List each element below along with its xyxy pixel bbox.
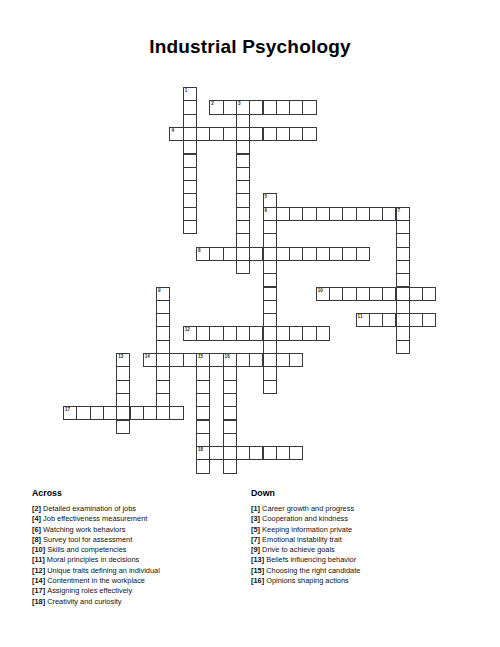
grid-cell-r12c25[interactable]: [396, 247, 410, 261]
grid-cell-r27c13[interactable]: [236, 446, 250, 460]
clue-across-12: [12] Unique traits defining an individua…: [32, 566, 242, 576]
grid-cell-r9c16[interactable]: [276, 207, 290, 221]
grid-cell-r25c12[interactable]: [223, 420, 237, 434]
grid-cell-r28c10[interactable]: [196, 459, 210, 473]
clue-across-10: [10] Skills and competencies: [32, 545, 242, 555]
grid-cell-r24c12[interactable]: [223, 406, 237, 420]
grid-cell-r20c17[interactable]: [289, 353, 303, 367]
grid-cell-r15c27[interactable]: [422, 287, 436, 301]
cell-number-5: 5: [265, 194, 268, 199]
grid-cell-r18c25[interactable]: [396, 326, 410, 340]
grid-cell-r17c25[interactable]: [396, 313, 410, 327]
grid-cell-r17c27[interactable]: [422, 313, 436, 327]
grid-cell-r15c22[interactable]: [356, 287, 370, 301]
page-title: Industrial Psychology: [0, 36, 500, 58]
grid-cell-r19c7[interactable]: [156, 340, 170, 354]
grid-cell-r8c13[interactable]: [236, 193, 250, 207]
grid-cell-r3c10[interactable]: [196, 127, 210, 141]
grid-cell-r27c12[interactable]: [223, 446, 237, 460]
cell-number-3: 3: [238, 101, 241, 106]
down-clues-section: Down [1] Career growth and progress[3] C…: [251, 488, 461, 586]
grid-cell-r1c16[interactable]: [276, 100, 290, 114]
grid-cell-r8c15[interactable]: 5: [263, 193, 277, 207]
clue-down-9: [9] Drive to achieve goals: [251, 545, 461, 555]
grid-cell-r16c7[interactable]: [156, 300, 170, 314]
grid-cell-r9c20[interactable]: [329, 207, 343, 221]
grid-cell-r16c15[interactable]: [263, 300, 277, 314]
cell-number-10: 10: [318, 288, 323, 293]
clue-number: [14]: [32, 576, 47, 585]
grid-cell-r24c5[interactable]: [130, 406, 144, 420]
grid-cell-r20c7[interactable]: [156, 353, 170, 367]
grid-cell-r1c12[interactable]: [223, 100, 237, 114]
clue-number: [8]: [32, 535, 43, 544]
grid-cell-r11c13[interactable]: [236, 233, 250, 247]
cell-number-18: 18: [198, 447, 203, 452]
across-header: Across: [32, 488, 242, 498]
grid-cell-r15c7[interactable]: 9: [156, 287, 170, 301]
grid-cell-r1c15[interactable]: [263, 100, 277, 114]
grid-cell-r20c6[interactable]: 14: [143, 353, 157, 367]
down-header: Down: [251, 488, 461, 498]
cell-number-9: 9: [158, 288, 161, 293]
clue-number: [11]: [32, 555, 47, 564]
grid-cell-r27c14[interactable]: [249, 446, 263, 460]
grid-cell-r12c18[interactable]: [302, 247, 316, 261]
grid-cell-r20c14[interactable]: [249, 353, 263, 367]
grid-cell-r7c13[interactable]: [236, 180, 250, 194]
cell-number-12: 12: [185, 327, 190, 332]
grid-cell-r15c19[interactable]: 10: [316, 287, 330, 301]
cell-number-2: 2: [211, 101, 214, 106]
grid-cell-r13c25[interactable]: [396, 260, 410, 274]
grid-cell-r13c15[interactable]: [263, 260, 277, 274]
grid-cell-r3c11[interactable]: [209, 127, 223, 141]
grid-cell-r18c11[interactable]: [209, 326, 223, 340]
grid-cell-r6c9[interactable]: [183, 167, 197, 181]
down-clues-list: [1] Career growth and progress[3] Cooper…: [251, 504, 461, 586]
grid-cell-r3c15[interactable]: [263, 127, 277, 141]
grid-cell-r17c23[interactable]: [369, 313, 383, 327]
grid-cell-r3c16[interactable]: [276, 127, 290, 141]
clue-number: [9]: [251, 545, 262, 554]
grid-cell-r14c25[interactable]: [396, 273, 410, 287]
grid-cell-r23c10[interactable]: [196, 393, 210, 407]
grid-cell-r3c17[interactable]: [289, 127, 303, 141]
grid-cell-r18c12[interactable]: [223, 326, 237, 340]
grid-cell-r9c13[interactable]: [236, 207, 250, 221]
grid-cell-r9c17[interactable]: [289, 207, 303, 221]
clue-number: [2]: [32, 504, 43, 513]
grid-cell-r27c10[interactable]: 18: [196, 446, 210, 460]
grid-cell-r27c15[interactable]: [263, 446, 277, 460]
grid-cell-r12c15[interactable]: [263, 247, 277, 261]
grid-cell-r3c18[interactable]: [302, 127, 316, 141]
clue-down-16: [16] Opinions shaping actions: [251, 576, 461, 586]
grid-cell-r18c9[interactable]: 12: [183, 326, 197, 340]
clue-across-2: [2] Detailed examination of jobs: [32, 504, 242, 514]
grid-cell-r19c15[interactable]: [263, 340, 277, 354]
grid-cell-r12c22[interactable]: [356, 247, 370, 261]
grid-cell-r19c25[interactable]: [396, 340, 410, 354]
grid-cell-r18c15[interactable]: [263, 326, 277, 340]
clue-number: [12]: [32, 566, 47, 575]
grid-cell-r15c26[interactable]: [409, 287, 423, 301]
grid-cell-r15c24[interactable]: [382, 287, 396, 301]
grid-cell-r18c13[interactable]: [236, 326, 250, 340]
grid-cell-r5c13[interactable]: [236, 154, 250, 168]
crossword-grid: 123456789101112131415161817: [63, 87, 438, 475]
grid-cell-r15c15[interactable]: [263, 287, 277, 301]
grid-cell-r15c25[interactable]: [396, 287, 410, 301]
clue-number: [17]: [32, 586, 47, 595]
grid-cell-r10c25[interactable]: [396, 220, 410, 234]
grid-cell-r9c19[interactable]: [316, 207, 330, 221]
grid-cell-r26c10[interactable]: [196, 433, 210, 447]
clue-number: [4]: [32, 514, 43, 523]
grid-cell-r9c22[interactable]: [356, 207, 370, 221]
grid-cell-r3c14[interactable]: [249, 127, 263, 141]
clue-down-3: [3] Cooperation and kindness: [251, 514, 461, 524]
grid-cell-r3c12[interactable]: [223, 127, 237, 141]
grid-cell-r9c18[interactable]: [302, 207, 316, 221]
clue-number: [15]: [251, 566, 266, 575]
grid-cell-r12c10[interactable]: 8: [196, 247, 210, 261]
grid-cell-r28c12[interactable]: [223, 459, 237, 473]
grid-cell-r6c13[interactable]: [236, 167, 250, 181]
grid-cell-r3c9[interactable]: [183, 127, 197, 141]
clue-number: [13]: [251, 555, 266, 564]
grid-cell-r22c10[interactable]: [196, 380, 210, 394]
clue-number: [18]: [32, 597, 47, 606]
grid-cell-r2c13[interactable]: [236, 114, 250, 128]
grid-cell-r12c16[interactable]: [276, 247, 290, 261]
grid-cell-r10c13[interactable]: [236, 220, 250, 234]
grid-cell-r18c17[interactable]: [289, 326, 303, 340]
grid-cell-r18c10[interactable]: [196, 326, 210, 340]
grid-cell-r20c11[interactable]: [209, 353, 223, 367]
clue-across-14: [14] Contentment in the workplace: [32, 576, 242, 586]
grid-cell-r1c11[interactable]: 2: [209, 100, 223, 114]
grid-cell-r21c10[interactable]: [196, 366, 210, 380]
grid-cell-r9c25[interactable]: 7: [396, 207, 410, 221]
grid-cell-r21c15[interactable]: [263, 366, 277, 380]
grid-cell-r13c13[interactable]: [236, 260, 250, 274]
grid-cell-r15c21[interactable]: [342, 287, 356, 301]
clue-number: [5]: [251, 525, 262, 534]
grid-cell-r20c15[interactable]: [263, 353, 277, 367]
grid-cell-r1c14[interactable]: [249, 100, 263, 114]
grid-cell-r24c2[interactable]: [90, 406, 104, 420]
grid-cell-r17c26[interactable]: [409, 313, 423, 327]
cell-number-14: 14: [145, 354, 150, 359]
grid-cell-r18c18[interactable]: [302, 326, 316, 340]
grid-cell-r4c13[interactable]: [236, 140, 250, 154]
grid-cell-r24c6[interactable]: [143, 406, 157, 420]
grid-cell-r7c9[interactable]: [183, 180, 197, 194]
grid-cell-r23c4[interactable]: [116, 393, 130, 407]
grid-cell-r4c9[interactable]: [183, 140, 197, 154]
grid-cell-r0c9[interactable]: 1: [183, 87, 197, 101]
grid-cell-r2c9[interactable]: [183, 114, 197, 128]
grid-cell-r17c7[interactable]: [156, 313, 170, 327]
grid-cell-r12c20[interactable]: [329, 247, 343, 261]
clue-number: [16]: [251, 576, 266, 585]
grid-cell-r21c4[interactable]: [116, 366, 130, 380]
grid-cell-r1c17[interactable]: [289, 100, 303, 114]
grid-cell-r20c9[interactable]: [183, 353, 197, 367]
grid-cell-r9c15[interactable]: 6: [263, 207, 277, 221]
grid-cell-r20c8[interactable]: [169, 353, 183, 367]
grid-cell-r20c16[interactable]: [276, 353, 290, 367]
clue-across-17: [17] Assigning roles effectively: [32, 586, 242, 596]
grid-cell-r11c25[interactable]: [396, 233, 410, 247]
grid-cell-r26c12[interactable]: [223, 433, 237, 447]
grid-cell-r21c12[interactable]: [223, 366, 237, 380]
grid-cell-r14c15[interactable]: [263, 273, 277, 287]
grid-cell-r12c21[interactable]: [342, 247, 356, 261]
cell-number-11: 11: [358, 314, 363, 319]
grid-cell-r27c17[interactable]: [289, 446, 303, 460]
cell-number-15: 15: [198, 354, 203, 359]
grid-cell-r25c4[interactable]: [116, 420, 130, 434]
grid-cell-r12c19[interactable]: [316, 247, 330, 261]
grid-cell-r20c13[interactable]: [236, 353, 250, 367]
cell-number-7: 7: [398, 208, 401, 213]
grid-cell-r9c21[interactable]: [342, 207, 356, 221]
grid-cell-r23c7[interactable]: [156, 393, 170, 407]
clue-across-18: [18] Creativity and curiosity: [32, 597, 242, 607]
cell-number-1: 1: [185, 88, 188, 93]
grid-cell-r25c10[interactable]: [196, 420, 210, 434]
grid-cell-r20c4[interactable]: 13: [116, 353, 130, 367]
grid-cell-r24c3[interactable]: [103, 406, 117, 420]
grid-cell-r1c13[interactable]: 3: [236, 100, 250, 114]
clue-down-1: [1] Career growth and progress: [251, 504, 461, 514]
grid-cell-r17c22[interactable]: 11: [356, 313, 370, 327]
grid-cell-r1c9[interactable]: [183, 100, 197, 114]
grid-cell-r20c12[interactable]: 16: [223, 353, 237, 367]
grid-cell-r24c1[interactable]: [76, 406, 90, 420]
across-clues-list: [2] Detailed examination of jobs[4] Job …: [32, 504, 242, 607]
grid-cell-r22c12[interactable]: [223, 380, 237, 394]
grid-cell-r3c13[interactable]: [236, 127, 250, 141]
cell-number-4: 4: [171, 128, 174, 133]
grid-cell-r10c9[interactable]: [183, 220, 197, 234]
clue-down-5: [5] Keeping information private: [251, 525, 461, 535]
grid-cell-r12c14[interactable]: [249, 247, 263, 261]
grid-cell-r3c8[interactable]: 4: [169, 127, 183, 141]
grid-cell-r5c9[interactable]: [183, 154, 197, 168]
clue-down-13: [13] Beliefs influencing behavior: [251, 555, 461, 565]
grid-cell-r17c15[interactable]: [263, 313, 277, 327]
grid-cell-r27c11[interactable]: [209, 446, 223, 460]
clue-across-6: [6] Watching work behaviors: [32, 525, 242, 535]
grid-cell-r9c9[interactable]: [183, 207, 197, 221]
grid-cell-r16c25[interactable]: [396, 300, 410, 314]
clue-across-8: [8] Survey tool for assessment: [32, 535, 242, 545]
grid-cell-r11c15[interactable]: [263, 233, 277, 247]
grid-cell-r18c14[interactable]: [249, 326, 263, 340]
grid-cell-r18c19[interactable]: [316, 326, 330, 340]
grid-cell-r22c7[interactable]: [156, 380, 170, 394]
grid-cell-r9c24[interactable]: [382, 207, 396, 221]
grid-cell-r24c4[interactable]: [116, 406, 130, 420]
grid-cell-r23c12[interactable]: [223, 393, 237, 407]
grid-cell-r12c11[interactable]: [209, 247, 223, 261]
grid-cell-r21c7[interactable]: [156, 366, 170, 380]
grid-cell-r22c4[interactable]: [116, 380, 130, 394]
clue-number: [7]: [251, 535, 262, 544]
grid-cell-r10c15[interactable]: [263, 220, 277, 234]
clue-number: [10]: [32, 545, 47, 554]
grid-cell-r24c0[interactable]: 17: [63, 406, 77, 420]
grid-cell-r18c16[interactable]: [276, 326, 290, 340]
grid-cell-r1c18[interactable]: [302, 100, 316, 114]
grid-cell-r15c20[interactable]: [329, 287, 343, 301]
grid-cell-r24c7[interactable]: [156, 406, 170, 420]
cell-number-13: 13: [118, 354, 123, 359]
grid-cell-r8c9[interactable]: [183, 193, 197, 207]
cell-number-6: 6: [265, 208, 268, 213]
grid-cell-r15c23[interactable]: [369, 287, 383, 301]
clue-number: [3]: [251, 514, 262, 523]
grid-cell-r24c8[interactable]: [169, 406, 183, 420]
grid-cell-r22c15[interactable]: [263, 380, 277, 394]
grid-cell-r9c23[interactable]: [369, 207, 383, 221]
grid-cell-r12c17[interactable]: [289, 247, 303, 261]
cell-number-17: 17: [65, 407, 70, 412]
clue-number: [1]: [251, 504, 262, 513]
cell-number-16: 16: [225, 354, 230, 359]
clue-across-4: [4] Job effectiveness measurement: [32, 514, 242, 524]
clue-number: [6]: [32, 525, 43, 534]
grid-cell-r18c7[interactable]: [156, 326, 170, 340]
grid-cell-r17c24[interactable]: [382, 313, 396, 327]
grid-cell-r12c12[interactable]: [223, 247, 237, 261]
grid-cell-r12c13[interactable]: [236, 247, 250, 261]
grid-cell-r24c10[interactable]: [196, 406, 210, 420]
clue-down-7: [7] Emotional instability trait: [251, 535, 461, 545]
clue-down-15: [15] Choosing the right candidate: [251, 566, 461, 576]
grid-cell-r20c10[interactable]: 15: [196, 353, 210, 367]
clue-across-11: [11] Moral principles in decisions: [32, 555, 242, 565]
grid-cell-r27c16[interactable]: [276, 446, 290, 460]
cell-number-8: 8: [198, 248, 201, 253]
across-clues-section: Across [2] Detailed examination of jobs[…: [32, 488, 242, 607]
